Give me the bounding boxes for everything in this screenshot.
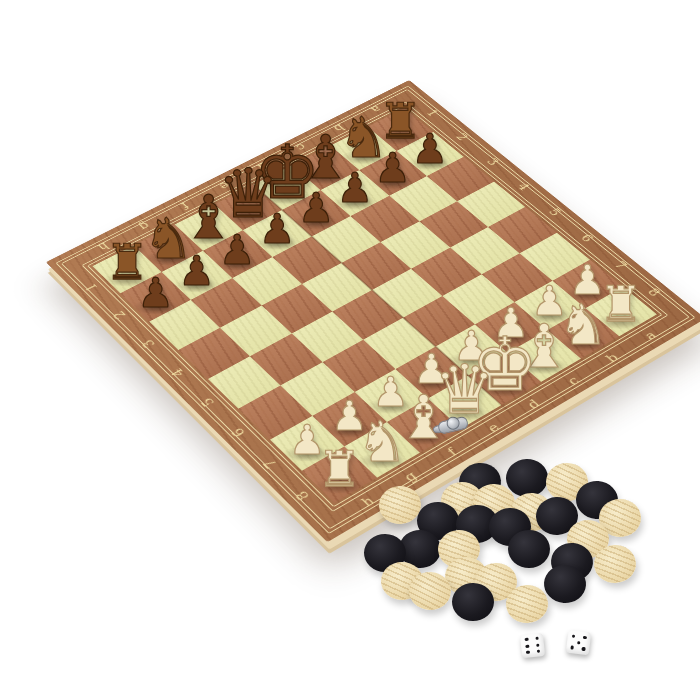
die-6	[520, 633, 545, 658]
die-pip	[577, 641, 581, 645]
die-pip	[526, 651, 530, 655]
die-pip	[535, 637, 539, 641]
die-pip	[582, 647, 586, 651]
die-5	[566, 630, 592, 656]
dice	[0, 0, 700, 700]
product-photo: hhggffeeddccbbaa1122334455667788 ♜♞♝♛♚♝♞…	[0, 0, 700, 700]
die-pip	[525, 638, 529, 642]
die-pip	[526, 644, 530, 648]
die-pip	[571, 634, 575, 638]
die-pip	[536, 650, 540, 654]
die-pip	[583, 635, 587, 639]
die-pip	[536, 643, 540, 647]
die-pip	[570, 646, 574, 650]
